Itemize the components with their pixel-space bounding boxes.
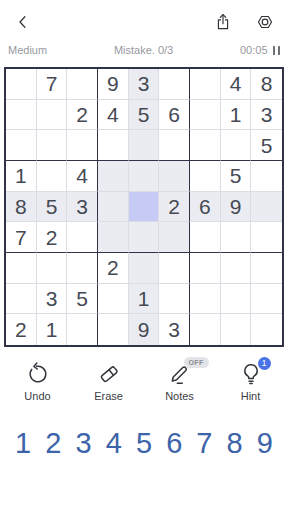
sudoku-cell-r3c6[interactable]	[159, 130, 190, 161]
toolbar: Undo Erase OFF Notes 1 Hint	[0, 361, 288, 402]
sudoku-cell-r9c1[interactable]: 2	[6, 314, 37, 345]
undo-icon	[25, 361, 51, 387]
sudoku-cell-r5c9[interactable]	[251, 192, 282, 223]
notes-button[interactable]: OFF Notes	[144, 361, 215, 402]
sudoku-cell-r6c8[interactable]	[221, 222, 252, 253]
sudoku-cell-r9c5[interactable]: 9	[129, 314, 160, 345]
sudoku-cell-r1c3[interactable]	[67, 69, 98, 100]
settings-gear-icon[interactable]	[254, 11, 276, 33]
sudoku-cell-r7c1[interactable]	[6, 253, 37, 284]
sudoku-cell-r5c5[interactable]	[129, 192, 160, 223]
sudoku-board: 7934824561351458532697223512193	[4, 67, 284, 347]
pencil-icon: OFF	[167, 361, 193, 387]
sudoku-cell-r7c4[interactable]: 2	[98, 253, 129, 284]
sudoku-cell-r9c3[interactable]	[67, 314, 98, 345]
sudoku-cell-r4c5[interactable]	[129, 161, 160, 192]
sudoku-cell-r5c4[interactable]	[98, 192, 129, 223]
sudoku-cell-r1c5[interactable]: 3	[129, 69, 160, 100]
sudoku-cell-r4c3[interactable]: 4	[67, 161, 98, 192]
erase-button[interactable]: Erase	[73, 361, 144, 402]
pause-icon[interactable]	[273, 46, 281, 55]
sudoku-cell-r1c6[interactable]	[159, 69, 190, 100]
sudoku-cell-r2c1[interactable]	[6, 100, 37, 131]
sudoku-cell-r5c3[interactable]: 3	[67, 192, 98, 223]
sudoku-cell-r6c9[interactable]	[251, 222, 282, 253]
sudoku-cell-r1c2[interactable]: 7	[37, 69, 68, 100]
notes-label: Notes	[165, 390, 194, 402]
difficulty-label: Medium	[8, 44, 47, 56]
sudoku-cell-r1c9[interactable]: 8	[251, 69, 282, 100]
sudoku-cell-r9c9[interactable]	[251, 314, 282, 345]
numpad-key-7[interactable]: 7	[189, 426, 219, 461]
sudoku-cell-r9c7[interactable]	[190, 314, 221, 345]
sudoku-cell-r5c6[interactable]: 2	[159, 192, 190, 223]
sudoku-cell-r2c8[interactable]: 1	[221, 100, 252, 131]
sudoku-cell-r8c3[interactable]: 5	[67, 284, 98, 315]
sudoku-cell-r4c1[interactable]: 1	[6, 161, 37, 192]
mistakes-counter: Mistake. 0/3	[114, 44, 173, 56]
sudoku-cell-r3c5[interactable]	[129, 130, 160, 161]
sudoku-cell-r3c3[interactable]	[67, 130, 98, 161]
sudoku-cell-r4c4[interactable]	[98, 161, 129, 192]
sudoku-cell-r6c4[interactable]	[98, 222, 129, 253]
sudoku-cell-r4c6[interactable]	[159, 161, 190, 192]
numpad-key-1[interactable]: 1	[8, 426, 38, 461]
sudoku-cell-r7c6[interactable]	[159, 253, 190, 284]
sudoku-cell-r4c2[interactable]	[37, 161, 68, 192]
sudoku-cell-r9c2[interactable]: 1	[37, 314, 68, 345]
sudoku-cell-r7c7[interactable]	[190, 253, 221, 284]
sudoku-cell-r7c3[interactable]	[67, 253, 98, 284]
sudoku-cell-r4c7[interactable]	[190, 161, 221, 192]
undo-label: Undo	[24, 390, 50, 402]
sudoku-cell-r1c1[interactable]	[6, 69, 37, 100]
top-bar	[0, 0, 288, 34]
numpad-key-3[interactable]: 3	[68, 426, 98, 461]
sudoku-cell-r6c3[interactable]	[67, 222, 98, 253]
sudoku-cell-r1c8[interactable]: 4	[221, 69, 252, 100]
sudoku-cell-r8c9[interactable]	[251, 284, 282, 315]
numpad-key-2[interactable]: 2	[38, 426, 68, 461]
sudoku-cell-r8c7[interactable]	[190, 284, 221, 315]
erase-label: Erase	[94, 390, 123, 402]
sudoku-cell-r2c9[interactable]: 3	[251, 100, 282, 131]
sudoku-cell-r8c8[interactable]	[221, 284, 252, 315]
info-bar: Medium Mistake. 0/3 00:05	[0, 42, 288, 58]
sudoku-cell-r5c7[interactable]: 6	[190, 192, 221, 223]
sudoku-cell-r3c9[interactable]: 5	[251, 130, 282, 161]
sudoku-cell-r8c2[interactable]: 3	[37, 284, 68, 315]
sudoku-cell-r2c2[interactable]	[37, 100, 68, 131]
sudoku-cell-r8c1[interactable]	[6, 284, 37, 315]
sudoku-cell-r9c8[interactable]	[221, 314, 252, 345]
sudoku-cell-r5c1[interactable]: 8	[6, 192, 37, 223]
sudoku-cell-r2c6[interactable]: 6	[159, 100, 190, 131]
eraser-icon	[96, 361, 122, 387]
sudoku-cell-r1c4[interactable]: 9	[98, 69, 129, 100]
sudoku-cell-r9c4[interactable]	[98, 314, 129, 345]
sudoku-cell-r2c4[interactable]: 4	[98, 100, 129, 131]
numpad-key-9[interactable]: 9	[250, 426, 280, 461]
sudoku-cell-r8c5[interactable]: 1	[129, 284, 160, 315]
timer: 00:05	[240, 44, 280, 56]
sudoku-cell-r5c2[interactable]: 5	[37, 192, 68, 223]
sudoku-cell-r3c4[interactable]	[98, 130, 129, 161]
sudoku-cell-r7c9[interactable]	[251, 253, 282, 284]
sudoku-cell-r7c8[interactable]	[221, 253, 252, 284]
numpad-key-4[interactable]: 4	[99, 426, 129, 461]
numpad-key-5[interactable]: 5	[129, 426, 159, 461]
undo-button[interactable]: Undo	[2, 361, 73, 402]
sudoku-cell-r8c4[interactable]	[98, 284, 129, 315]
sudoku-cell-r6c1[interactable]: 7	[6, 222, 37, 253]
sudoku-cell-r5c8[interactable]: 9	[221, 192, 252, 223]
sudoku-cell-r6c2[interactable]: 2	[37, 222, 68, 253]
sudoku-cell-r3c7[interactable]	[190, 130, 221, 161]
sudoku-cell-r8c6[interactable]	[159, 284, 190, 315]
numpad-key-6[interactable]: 6	[159, 426, 189, 461]
sudoku-cell-r2c3[interactable]: 2	[67, 100, 98, 131]
timer-value: 00:05	[240, 44, 268, 56]
sudoku-cell-r3c1[interactable]	[6, 130, 37, 161]
sudoku-cell-r6c5[interactable]	[129, 222, 160, 253]
back-icon[interactable]	[12, 11, 34, 33]
number-pad: 123456789	[0, 426, 288, 461]
sudoku-cell-r7c5[interactable]	[129, 253, 160, 284]
sudoku-cell-r7c2[interactable]	[37, 253, 68, 284]
numpad-key-8[interactable]: 8	[220, 426, 250, 461]
share-icon[interactable]	[212, 11, 234, 33]
hint-label: Hint	[241, 390, 261, 402]
sudoku-cell-r1c7[interactable]	[190, 69, 221, 100]
sudoku-cell-r2c7[interactable]	[190, 100, 221, 131]
sudoku-cell-r6c6[interactable]	[159, 222, 190, 253]
sudoku-cell-r6c7[interactable]	[190, 222, 221, 253]
sudoku-cell-r3c8[interactable]	[221, 130, 252, 161]
hint-count-badge: 1	[258, 357, 271, 370]
hint-button[interactable]: 1 Hint	[215, 361, 286, 402]
sudoku-cell-r2c5[interactable]: 5	[129, 100, 160, 131]
sudoku-cell-r4c9[interactable]	[251, 161, 282, 192]
sudoku-cell-r4c8[interactable]: 5	[221, 161, 252, 192]
sudoku-cell-r3c2[interactable]	[37, 130, 68, 161]
notes-off-badge: OFF	[184, 357, 209, 368]
lightbulb-icon: 1	[238, 361, 264, 387]
sudoku-cell-r9c6[interactable]: 3	[159, 314, 190, 345]
